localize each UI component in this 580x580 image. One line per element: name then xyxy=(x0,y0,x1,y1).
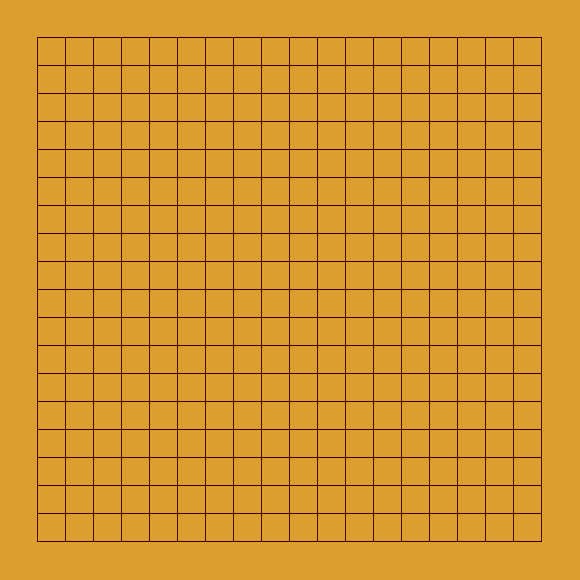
go-board xyxy=(0,0,580,580)
intersection-grid xyxy=(23,23,555,555)
column-labels-top xyxy=(23,3,555,23)
row-labels-right xyxy=(552,23,580,555)
column-labels-bottom xyxy=(23,556,555,576)
